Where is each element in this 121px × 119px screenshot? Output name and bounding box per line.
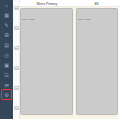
- compose-icon: ✎: [4, 23, 8, 28]
- nav-item-apps[interactable]: ⊞: [0, 30, 13, 40]
- scheduler-app: ⌂ ▦ ✎ ⊞ ▤ ◷ ▣ ☷ ✉ ⚙ Metro Primary BK 8:0…: [0, 0, 120, 119]
- column-header-label: Metro Primary: [36, 2, 56, 5]
- time-label-text: 18:00: [14, 107, 19, 109]
- event-block-bk[interactable]: 8:00 - 18:00: [76, 8, 118, 115]
- nav-rail: ⌂ ▦ ✎ ⊞ ▤ ◷ ▣ ☷ ✉ ⚙: [0, 0, 13, 119]
- nav-item-dashboard[interactable]: ▦: [0, 10, 13, 20]
- time-label: 16:00: [14, 86, 20, 90]
- dashboard-icon: ▦: [4, 13, 9, 18]
- settings-icon: ⚙: [4, 93, 8, 98]
- column-header-label: BK: [94, 2, 98, 5]
- time-label: 12:00: [14, 46, 20, 50]
- time-label-text: 8:00: [14, 7, 18, 9]
- layers-icon: ☷: [4, 73, 8, 78]
- event-time-text: 8:00 - 18:00: [78, 18, 91, 20]
- nav-item-reports[interactable]: ▣: [0, 60, 13, 70]
- nav-item-mail[interactable]: ✉: [0, 80, 13, 90]
- time-label-text: 14:00: [14, 67, 19, 69]
- nav-item-layers[interactable]: ☷: [0, 70, 13, 80]
- event-block-metro-primary[interactable]: 8:00 - 18:00: [20, 8, 73, 115]
- time-label-text: 12:00: [14, 47, 19, 49]
- apps-icon: ⊞: [4, 33, 8, 38]
- event-time-range: 8:00 - 18:00: [78, 10, 115, 28]
- nav-item-home[interactable]: ⌂: [0, 0, 13, 10]
- nav-item-clock[interactable]: ◷: [0, 50, 13, 60]
- column-header-bk: BK: [76, 0, 117, 7]
- clock-icon: ◷: [4, 53, 8, 58]
- mail-icon: ✉: [4, 83, 8, 88]
- scheduler-canvas: 8:00 - 18:00 8:00 - 18:00: [20, 7, 120, 119]
- event-time-range: 8:00 - 18:00: [22, 10, 59, 28]
- nav-item-settings[interactable]: ⚙: [0, 90, 13, 100]
- reports-icon: ▣: [4, 63, 9, 68]
- time-label-text: 10:00: [14, 27, 19, 29]
- time-label: 14:00: [14, 66, 20, 70]
- event-time-text: 8:00 - 18:00: [22, 18, 35, 20]
- time-label-text: 16:00: [14, 87, 19, 89]
- home-icon: ⌂: [5, 3, 8, 8]
- column-header-metro-primary: Metro Primary: [20, 0, 73, 7]
- time-label: 18:00: [14, 106, 20, 110]
- nav-item-list[interactable]: ▤: [0, 40, 13, 50]
- time-axis-gutter: 8:00 10:00 12:00 14:00 16:00 18:00: [13, 0, 20, 119]
- scrollbar-track[interactable]: [118, 7, 121, 119]
- list-icon: ▤: [4, 43, 9, 48]
- time-label: 8:00: [14, 6, 20, 10]
- time-label: 10:00: [14, 26, 20, 30]
- column-header-row: Metro Primary BK: [13, 0, 120, 7]
- nav-item-compose[interactable]: ✎: [0, 20, 13, 30]
